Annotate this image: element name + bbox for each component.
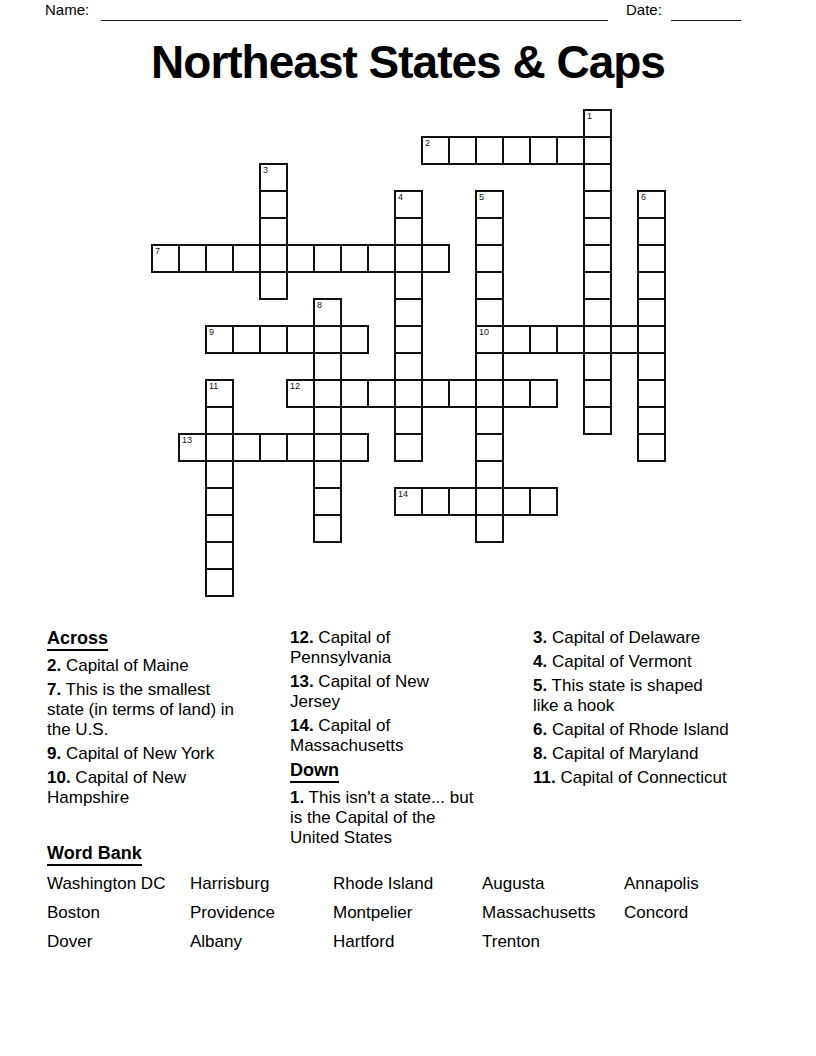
grid-cell-r5c1[interactable] — [178, 244, 207, 273]
grid-cell-r14c6[interactable] — [313, 487, 342, 516]
grid-cell-r13c6[interactable] — [313, 460, 342, 489]
grid-cell-r11c12[interactable] — [475, 406, 504, 435]
across-clues-part1: 2. Capital of Maine7. This is the smalle… — [47, 656, 247, 808]
clues-column-1: Across 2. Capital of Maine7. This is the… — [47, 628, 247, 812]
grid-cell-r7c12[interactable] — [475, 298, 504, 327]
grid-cell-r8c6[interactable] — [313, 325, 342, 354]
grid-cell-r15c6[interactable] — [313, 514, 342, 543]
clue-number: 5. — [533, 676, 547, 695]
clue-down-8: 8. Capital of Maryland — [533, 744, 729, 764]
grid-cell-r13c2[interactable] — [205, 460, 234, 489]
clue-across-2: 2. Capital of Maine — [47, 656, 247, 676]
grid-cell-r5c16[interactable] — [583, 244, 612, 273]
page-title: Northeast States & Caps — [0, 34, 816, 90]
clue-down-3: 3. Capital of Delaware — [533, 628, 729, 648]
name-label: Name: — [45, 1, 89, 19]
word-bank-item: Hartford — [333, 932, 482, 952]
grid-cell-r8c14[interactable] — [529, 325, 558, 354]
grid-cell-r11c16[interactable] — [583, 406, 612, 435]
grid-cell-r3c9[interactable]: 4 — [394, 190, 423, 219]
grid-cell-r5c12[interactable] — [475, 244, 504, 273]
grid-cell-r10c2[interactable]: 11 — [205, 379, 234, 408]
grid-cell-r5c3[interactable] — [232, 244, 261, 273]
cell-number-3: 3 — [263, 165, 268, 175]
clues-column-3: 3. Capital of Delaware4. Capital of Verm… — [533, 628, 729, 792]
clue-across-10: 10. Capital of New Hampshire — [47, 768, 247, 808]
grid-cell-r5c2[interactable] — [205, 244, 234, 273]
word-bank-item: Dover — [47, 932, 190, 952]
cell-number-5: 5 — [479, 192, 484, 202]
date-blank-line[interactable] — [671, 20, 741, 21]
grid-cell-r12c2[interactable] — [205, 433, 234, 462]
cell-number-4: 4 — [398, 192, 403, 202]
clue-number: 12. — [290, 628, 314, 647]
date-label: Date: — [626, 1, 662, 19]
clue-down-1: 1. This isn't a state... but is the Capi… — [290, 788, 477, 848]
word-bank-list: Washington DCHarrisburgRhode IslandAugus… — [47, 874, 769, 952]
grid-cell-r17c2[interactable] — [205, 568, 234, 597]
grid-cell-r9c16[interactable] — [583, 352, 612, 381]
grid-cell-r4c12[interactable] — [475, 217, 504, 246]
grid-cell-r1c11[interactable] — [448, 136, 477, 165]
grid-cell-r6c18[interactable] — [637, 271, 666, 300]
clue-down-4: 4. Capital of Vermont — [533, 652, 729, 672]
cell-number-7: 7 — [155, 246, 160, 256]
grid-cell-r1c12[interactable] — [475, 136, 504, 165]
grid-cell-r3c12[interactable]: 5 — [475, 190, 504, 219]
clue-number: 9. — [47, 744, 61, 763]
grid-cell-r5c8[interactable] — [367, 244, 396, 273]
grid-cell-r9c18[interactable] — [637, 352, 666, 381]
clue-number: 2. — [47, 656, 61, 675]
word-bank-item: Annapolis — [624, 874, 769, 894]
clue-number: 6. — [533, 720, 547, 739]
clue-down-6: 6. Capital of Rhode Island — [533, 720, 729, 740]
grid-cell-r12c3[interactable] — [232, 433, 261, 462]
clues-column-2: 12. Capital of Pennsylvania13. Capital o… — [290, 628, 477, 852]
grid-cell-r8c16[interactable] — [583, 325, 612, 354]
cell-number-12: 12 — [290, 381, 300, 391]
grid-cell-r7c9[interactable] — [394, 298, 423, 327]
grid-cell-r10c9[interactable] — [394, 379, 423, 408]
grid-cell-r1c15[interactable] — [556, 136, 585, 165]
clue-number: 3. — [533, 628, 547, 647]
grid-cell-r1c16[interactable] — [583, 136, 612, 165]
grid-cell-r8c18[interactable] — [637, 325, 666, 354]
clue-number: 4. — [533, 652, 547, 671]
grid-cell-r10c14[interactable] — [529, 379, 558, 408]
grid-cell-r15c2[interactable] — [205, 514, 234, 543]
grid-cell-r12c9[interactable] — [394, 433, 423, 462]
grid-cell-r8c3[interactable] — [232, 325, 261, 354]
clue-number: 14. — [290, 716, 314, 735]
word-bank-item: Montpelier — [333, 903, 482, 923]
clue-number: 8. — [533, 744, 547, 763]
grid-cell-r7c16[interactable] — [583, 298, 612, 327]
down-clues-part2: 3. Capital of Delaware4. Capital of Verm… — [533, 628, 729, 788]
grid-cell-r12c5[interactable] — [286, 433, 315, 462]
word-bank-item: Providence — [190, 903, 333, 923]
grid-cell-r3c18[interactable]: 6 — [637, 190, 666, 219]
word-bank-item: Rhode Island — [333, 874, 482, 894]
cell-number-14: 14 — [398, 489, 408, 499]
grid-cell-r5c4[interactable] — [259, 244, 288, 273]
grid-cell-r10c5[interactable]: 12 — [286, 379, 315, 408]
grid-cell-r12c4[interactable] — [259, 433, 288, 462]
clue-number: 11. — [533, 768, 556, 787]
grid-cell-r5c10[interactable] — [421, 244, 450, 273]
grid-cell-r14c9[interactable]: 14 — [394, 487, 423, 516]
grid-cell-r12c6[interactable] — [313, 433, 342, 462]
grid-cell-r8c4[interactable] — [259, 325, 288, 354]
grid-cell-r11c6[interactable] — [313, 406, 342, 435]
grid-cell-r4c4[interactable] — [259, 217, 288, 246]
grid-cell-r7c6[interactable]: 8 — [313, 298, 342, 327]
crossword-grid: 1234510678911121314 — [152, 110, 666, 597]
cell-number-2: 2 — [425, 138, 430, 148]
word-bank-item: Albany — [190, 932, 333, 952]
grid-cell-r9c9[interactable] — [394, 352, 423, 381]
grid-cell-r13c12[interactable] — [475, 460, 504, 489]
grid-cell-r14c14[interactable] — [529, 487, 558, 516]
grid-cell-r10c8[interactable] — [367, 379, 396, 408]
worksheet-page: Name: Date: Northeast States & Caps 1234… — [0, 0, 816, 1056]
grid-cell-r14c10[interactable] — [421, 487, 450, 516]
cell-number-6: 6 — [641, 192, 646, 202]
word-bank-item: Augusta — [482, 874, 624, 894]
grid-cell-r4c9[interactable] — [394, 217, 423, 246]
grid-cell-r16c2[interactable] — [205, 541, 234, 570]
clue-across-7: 7. This is the smallest state (in terms … — [47, 680, 247, 740]
grid-cell-r6c16[interactable] — [583, 271, 612, 300]
grid-cell-r10c13[interactable] — [502, 379, 531, 408]
word-bank-item: Harrisburg — [190, 874, 333, 894]
grid-cell-r14c12[interactable] — [475, 487, 504, 516]
grid-cell-r11c18[interactable] — [637, 406, 666, 435]
word-bank-item: Washington DC — [47, 874, 190, 894]
grid-cell-r1c14[interactable] — [529, 136, 558, 165]
across-heading: Across — [47, 628, 108, 651]
word-bank-item: Trenton — [482, 932, 624, 952]
grid-cell-r14c2[interactable] — [205, 487, 234, 516]
grid-cell-r2c4[interactable]: 3 — [259, 163, 288, 192]
clue-down-11: 11. Capital of Connecticut — [533, 768, 729, 788]
word-bank-item: Concord — [624, 903, 769, 923]
grid-cell-r11c2[interactable] — [205, 406, 234, 435]
grid-cell-r6c4[interactable] — [259, 271, 288, 300]
grid-cell-r8c15[interactable] — [556, 325, 585, 354]
down-heading: Down — [290, 760, 339, 783]
grid-cell-r12c1[interactable]: 13 — [178, 433, 207, 462]
grid-cell-r6c9[interactable] — [394, 271, 423, 300]
clue-number: 13. — [290, 672, 314, 691]
word-bank-item: Massachusetts — [482, 903, 624, 923]
grid-cell-r5c5[interactable] — [286, 244, 315, 273]
grid-cell-r10c10[interactable] — [421, 379, 450, 408]
grid-cell-r10c7[interactable] — [340, 379, 369, 408]
grid-cell-r10c12[interactable] — [475, 379, 504, 408]
clue-across-12: 12. Capital of Pennsylvania — [290, 628, 477, 668]
grid-cell-r8c13[interactable] — [502, 325, 531, 354]
word-bank-item: Boston — [47, 903, 190, 923]
grid-cell-r10c16[interactable] — [583, 379, 612, 408]
clue-down-5: 5. This state is shaped like a hook — [533, 676, 729, 716]
grid-cell-r12c18[interactable] — [637, 433, 666, 462]
grid-cell-r5c7[interactable] — [340, 244, 369, 273]
clue-number: 10. — [47, 768, 71, 787]
word-bank-heading: Word Bank — [47, 843, 142, 866]
clue-across-13: 13. Capital of New Jersey — [290, 672, 477, 712]
grid-cell-r5c18[interactable] — [637, 244, 666, 273]
cell-number-9: 9 — [209, 327, 214, 337]
grid-cell-r1c13[interactable] — [502, 136, 531, 165]
down-clues-part1: 1. This isn't a state... but is the Capi… — [290, 788, 477, 848]
grid-cell-r12c12[interactable] — [475, 433, 504, 462]
grid-cell-r10c18[interactable] — [637, 379, 666, 408]
grid-cell-r8c9[interactable] — [394, 325, 423, 354]
grid-cell-r6c12[interactable] — [475, 271, 504, 300]
grid-cell-r10c11[interactable] — [448, 379, 477, 408]
grid-cell-r8c12[interactable]: 10 — [475, 325, 504, 354]
grid-cell-r11c9[interactable] — [394, 406, 423, 435]
grid-cell-r15c12[interactable] — [475, 514, 504, 543]
clue-number: 1. — [290, 788, 304, 807]
cell-number-1: 1 — [587, 111, 592, 121]
clue-number: 7. — [47, 680, 61, 699]
grid-cell-r5c9[interactable] — [394, 244, 423, 273]
grid-cell-r1c10[interactable]: 2 — [421, 136, 450, 165]
grid-cell-r5c0[interactable]: 7 — [151, 244, 180, 273]
clue-across-14: 14. Capital of Massachusetts — [290, 716, 477, 756]
clue-across-9: 9. Capital of New York — [47, 744, 247, 764]
grid-cell-r5c6[interactable] — [313, 244, 342, 273]
grid-cell-r3c16[interactable] — [583, 190, 612, 219]
grid-cell-r12c7[interactable] — [340, 433, 369, 462]
across-clues-part2: 12. Capital of Pennsylvania13. Capital o… — [290, 628, 477, 756]
grid-cell-r8c7[interactable] — [340, 325, 369, 354]
grid-cell-r2c16[interactable] — [583, 163, 612, 192]
grid-cell-r4c18[interactable] — [637, 217, 666, 246]
grid-cell-r14c11[interactable] — [448, 487, 477, 516]
cell-number-8: 8 — [317, 300, 322, 310]
cell-number-11: 11 — [209, 381, 218, 391]
grid-cell-r4c16[interactable] — [583, 217, 612, 246]
cell-number-13: 13 — [182, 435, 192, 445]
cell-number-10: 10 — [479, 327, 489, 337]
grid-cell-r8c17[interactable] — [610, 325, 639, 354]
grid-cell-r3c4[interactable] — [259, 190, 288, 219]
grid-cell-r9c6[interactable] — [313, 352, 342, 381]
grid-cell-r7c18[interactable] — [637, 298, 666, 327]
name-blank-line[interactable] — [101, 20, 608, 21]
grid-cell-r8c5[interactable] — [286, 325, 315, 354]
grid-cell-r10c6[interactable] — [313, 379, 342, 408]
grid-cell-r0c16[interactable]: 1 — [583, 109, 612, 138]
grid-cell-r9c12[interactable] — [475, 352, 504, 381]
grid-cell-r8c2[interactable]: 9 — [205, 325, 234, 354]
grid-cell-r14c13[interactable] — [502, 487, 531, 516]
